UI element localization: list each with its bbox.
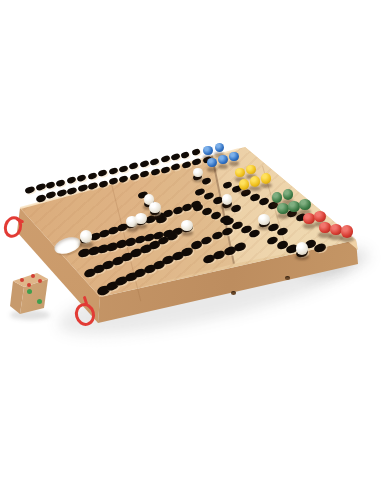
black-hole (77, 174, 88, 183)
yellow-peg (246, 165, 256, 175)
blue-peg (203, 146, 212, 155)
green-peg (299, 199, 310, 210)
green-peg (283, 189, 294, 200)
black-hole (97, 169, 108, 178)
black-hole (149, 157, 159, 165)
white-peg (80, 230, 92, 242)
white-peg (258, 214, 270, 226)
peg-shadow (229, 161, 239, 166)
white-peg (135, 213, 147, 225)
black-hole (45, 181, 56, 190)
black-hole (129, 162, 139, 170)
wooden-die (8, 268, 56, 320)
black-hole (170, 153, 180, 161)
peg-shadow (207, 167, 217, 172)
white-peg (181, 220, 193, 232)
black-hole (139, 160, 149, 168)
yellow-peg (250, 176, 260, 186)
die-front-pip-green (37, 299, 42, 304)
black-hole (118, 164, 128, 172)
blue-peg (218, 155, 227, 164)
black-hole (160, 155, 170, 163)
die-front-pip-green (27, 289, 32, 294)
peg-shadow (221, 204, 233, 209)
blue-peg (207, 158, 217, 168)
white-peg (149, 202, 160, 213)
green-peg (288, 201, 299, 212)
red-peg (314, 211, 325, 222)
blue-peg (229, 152, 238, 161)
front-side-hole (285, 276, 290, 280)
front-side-hole (231, 291, 236, 295)
black-hole (87, 171, 98, 180)
yellow-peg (239, 179, 249, 189)
black-hole (24, 185, 35, 194)
green-peg (272, 192, 283, 203)
blue-peg (215, 143, 224, 152)
black-hole (191, 148, 201, 156)
peg-shadow (218, 164, 228, 169)
black-hole (181, 150, 191, 158)
white-peg (296, 242, 309, 255)
product-photo-stage (0, 0, 381, 492)
green-peg (277, 203, 288, 214)
black-hole (35, 183, 46, 192)
black-hole (108, 167, 118, 176)
yellow-peg (261, 173, 271, 183)
black-hole (66, 176, 77, 185)
red-peg (341, 225, 353, 237)
black-hole (56, 178, 67, 187)
peg-shadow (149, 212, 161, 218)
